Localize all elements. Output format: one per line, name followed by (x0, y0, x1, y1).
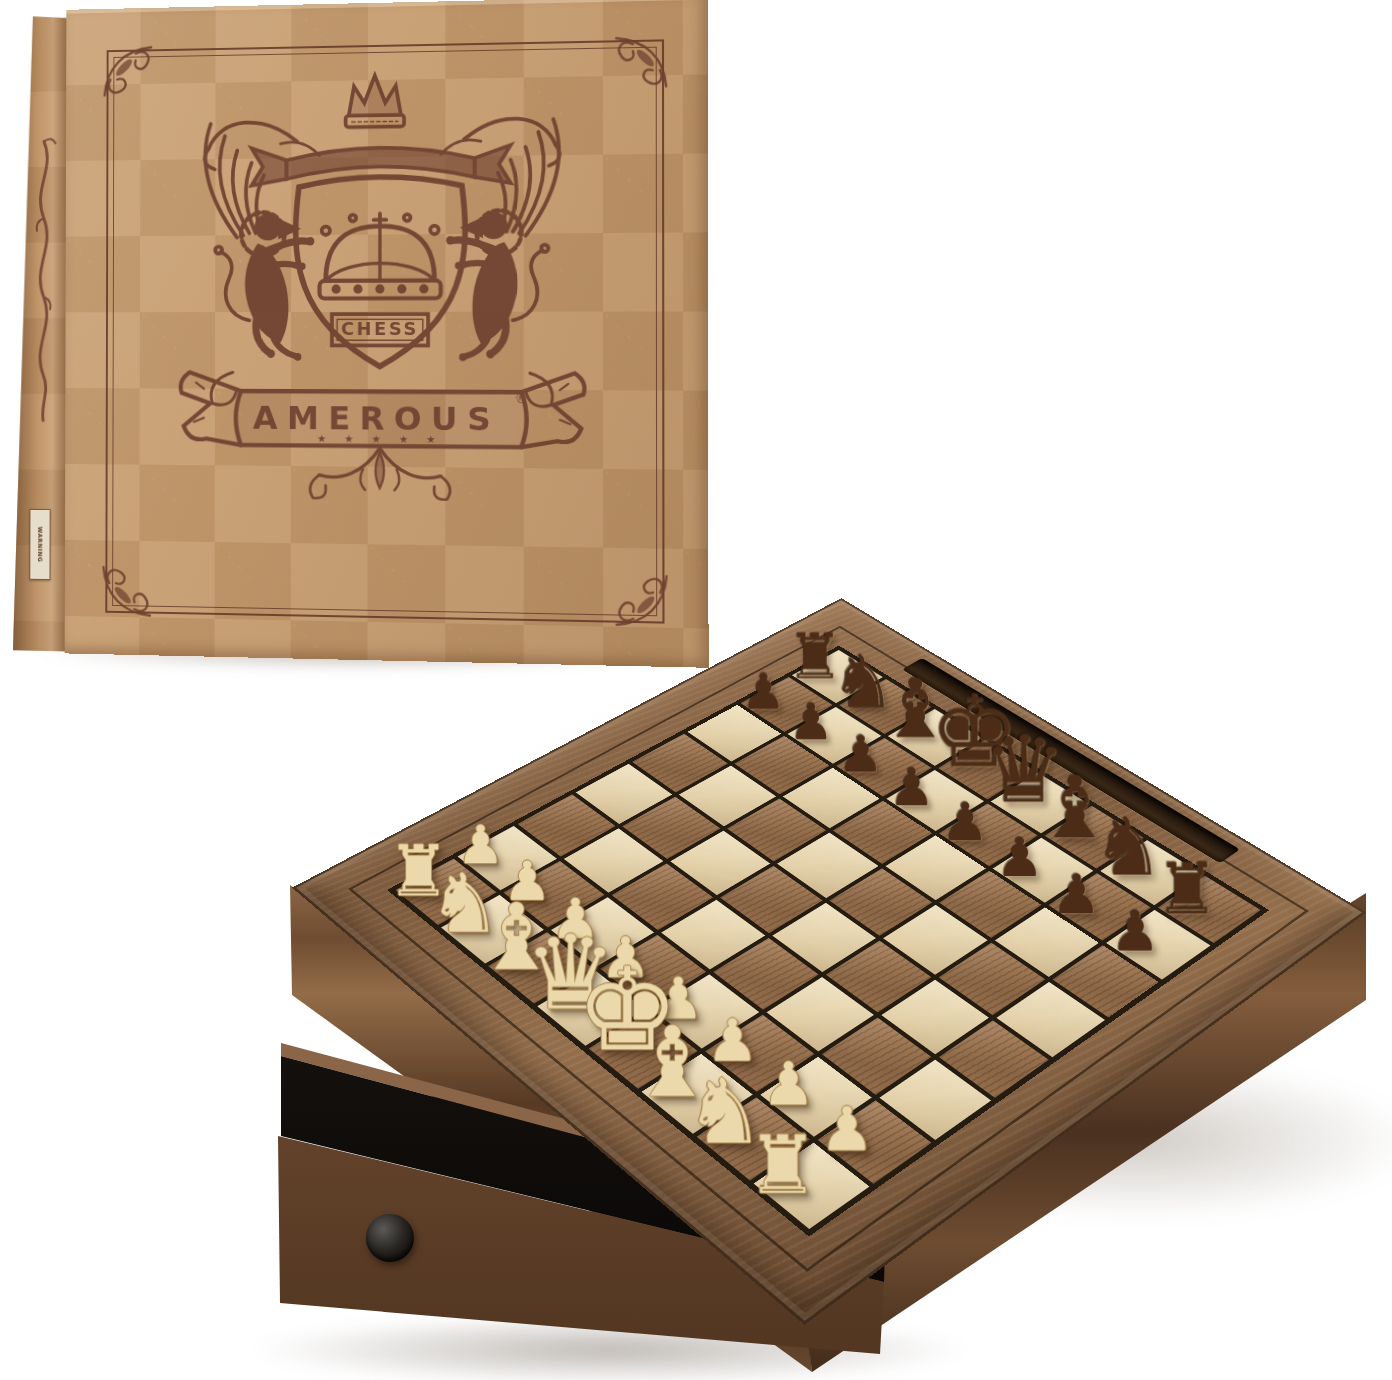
board-scene: ♜♞♝♚♛♝♞♜♟♟♟♟♟♟♟♟♟♟♟♟♟♟♟♟♜♞♝♛♚♝♞♜ (0, 0, 1392, 1380)
square-g5 (939, 943, 1045, 1015)
black-pawn: ♟ (1098, 905, 1172, 961)
square-sheen (671, 831, 771, 896)
product-photo-stage: WARNING (0, 0, 1392, 1380)
drawer-knob (366, 1214, 414, 1262)
square-sheen (939, 943, 1045, 1015)
white-rook: ♜ (742, 1125, 825, 1205)
square-c4 (671, 831, 771, 896)
